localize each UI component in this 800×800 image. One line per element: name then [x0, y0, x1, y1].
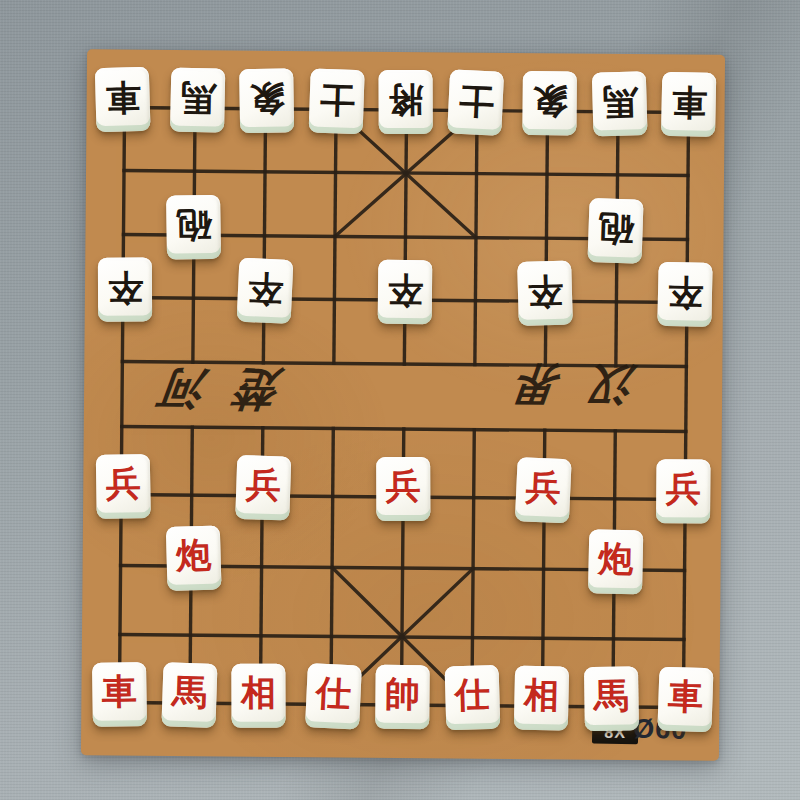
- piece-tile-black-6-0[interactable]: 象: [522, 71, 577, 135]
- board-cloth: 楚河 汉界 8X Ø60 車馬象士將士象馬車砲砲卒卒卒卒卒兵兵兵兵兵炮炮車馬相仕…: [81, 49, 725, 761]
- piece-glyph: 兵: [666, 471, 701, 506]
- piece-glyph: 士: [318, 80, 354, 116]
- piece-tile-red-4-9[interactable]: 帥: [375, 665, 430, 729]
- piece-tile-black-1-0[interactable]: 馬: [169, 68, 224, 133]
- pieces-layer: 車馬象士將士象馬車砲砲卒卒卒卒卒兵兵兵兵兵炮炮車馬相仕帥仕相馬車: [81, 49, 725, 761]
- piece-glyph: 馬: [601, 83, 637, 119]
- piece-glyph: 仕: [454, 677, 490, 713]
- piece-tile-black-2-3[interactable]: 卒: [237, 258, 294, 324]
- piece-glyph: 象: [532, 83, 567, 118]
- piece-glyph: 車: [105, 79, 141, 115]
- piece-glyph: 兵: [525, 469, 562, 506]
- piece-tile-black-7-2[interactable]: 砲: [587, 198, 643, 264]
- piece-glyph: 車: [667, 678, 703, 714]
- piece-glyph: 馬: [593, 678, 629, 714]
- piece-tile-red-7-9[interactable]: 馬: [583, 666, 638, 731]
- piece-glyph: 兵: [245, 467, 281, 503]
- piece-glyph: 兵: [386, 468, 421, 503]
- piece-tile-black-4-0[interactable]: 將: [379, 70, 433, 134]
- piece-tile-red-0-6[interactable]: 兵: [96, 454, 151, 519]
- piece-glyph: 砲: [175, 206, 211, 242]
- piece-glyph: 車: [102, 674, 138, 710]
- piece-glyph: 卒: [387, 271, 422, 306]
- piece-tile-black-8-3[interactable]: 卒: [657, 262, 712, 327]
- piece-tile-red-8-6[interactable]: 兵: [656, 459, 711, 523]
- piece-glyph: 帥: [385, 676, 420, 711]
- piece-tile-red-2-9[interactable]: 相: [231, 664, 285, 728]
- piece-tile-red-5-9[interactable]: 仕: [444, 665, 500, 730]
- piece-tile-black-1-2[interactable]: 砲: [166, 195, 221, 260]
- piece-tile-red-6-6[interactable]: 兵: [515, 457, 572, 523]
- piece-glyph: 兵: [105, 466, 141, 502]
- piece-glyph: 相: [241, 675, 276, 710]
- piece-glyph: 卒: [247, 270, 284, 307]
- piece-glyph: 仕: [315, 675, 352, 712]
- piece-tile-red-0-9[interactable]: 車: [92, 662, 147, 727]
- piece-glyph: 馬: [171, 674, 207, 710]
- piece-tile-red-3-9[interactable]: 仕: [305, 663, 362, 729]
- piece-glyph: 車: [671, 84, 707, 120]
- piece-tile-red-1-7[interactable]: 炮: [165, 525, 221, 590]
- piece-tile-red-2-6[interactable]: 兵: [235, 455, 291, 521]
- piece-tile-black-0-3[interactable]: 卒: [98, 257, 152, 321]
- piece-tile-black-0-0[interactable]: 車: [95, 67, 151, 132]
- piece-glyph: 卒: [667, 274, 703, 310]
- piece-glyph: 砲: [597, 210, 633, 246]
- table-fabric: { "game": "xiangqi", "variant": "Chinese…: [0, 0, 800, 800]
- piece-glyph: 馬: [179, 79, 215, 115]
- piece-glyph: 炮: [597, 541, 633, 577]
- piece-tile-red-1-9[interactable]: 馬: [161, 662, 217, 728]
- piece-glyph: 將: [388, 81, 423, 116]
- piece-tile-red-6-9[interactable]: 相: [514, 666, 569, 731]
- piece-tile-black-4-3[interactable]: 卒: [378, 260, 433, 324]
- piece-glyph: 相: [524, 677, 560, 713]
- piece-glyph: 象: [249, 80, 285, 116]
- piece-tile-black-2-0[interactable]: 象: [239, 68, 294, 133]
- piece-tile-black-6-3[interactable]: 卒: [517, 260, 573, 325]
- piece-glyph: 卒: [527, 272, 563, 308]
- piece-tile-red-4-6[interactable]: 兵: [376, 457, 430, 521]
- piece-glyph: 炮: [175, 537, 211, 573]
- piece-glyph: 士: [457, 81, 494, 118]
- piece-tile-black-5-0[interactable]: 士: [447, 69, 504, 135]
- piece-glyph: 卒: [107, 269, 142, 304]
- piece-tile-red-7-7[interactable]: 炮: [587, 529, 642, 594]
- piece-tile-black-3-0[interactable]: 士: [308, 69, 364, 135]
- piece-tile-black-8-0[interactable]: 車: [661, 72, 716, 137]
- piece-tile-red-8-9[interactable]: 車: [657, 667, 713, 733]
- piece-tile-black-7-0[interactable]: 馬: [591, 71, 647, 136]
